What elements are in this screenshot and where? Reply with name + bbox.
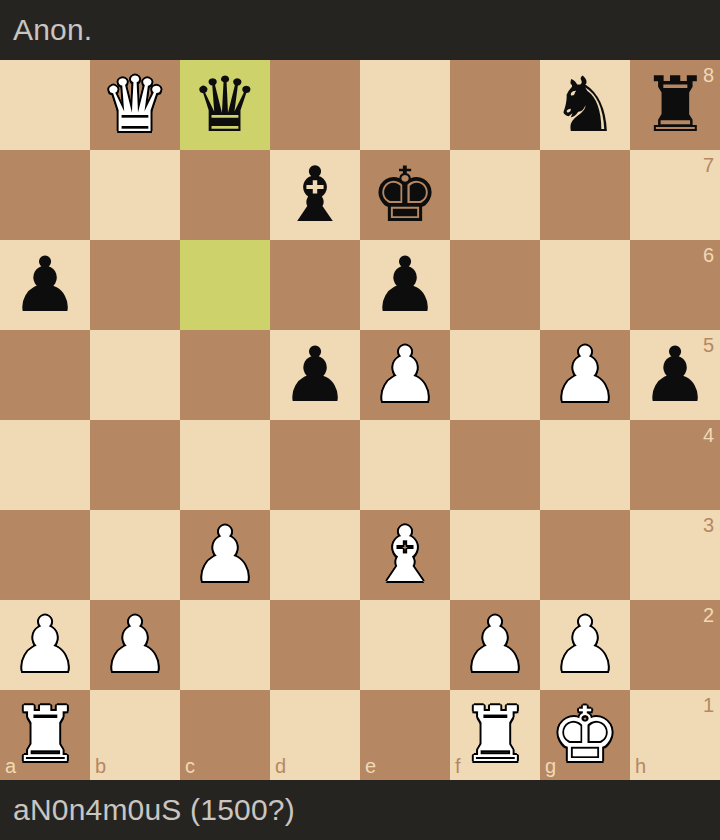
square-a3[interactable]	[0, 510, 90, 600]
file-label-f: f	[455, 756, 461, 776]
square-h3[interactable]: 3	[630, 510, 720, 600]
square-b8[interactable]: ♛	[90, 60, 180, 150]
square-a2[interactable]: ♟	[0, 600, 90, 690]
square-c7[interactable]	[180, 150, 270, 240]
black-pawn[interactable]: ♟	[11, 240, 79, 330]
white-rook[interactable]: ♜	[461, 690, 529, 780]
square-d5[interactable]: ♟	[270, 330, 360, 420]
square-b7[interactable]	[90, 150, 180, 240]
square-h1[interactable]: 1h	[630, 690, 720, 780]
black-rook[interactable]: ♜	[641, 60, 709, 150]
square-b6[interactable]	[90, 240, 180, 330]
square-g5[interactable]: ♟	[540, 330, 630, 420]
square-f2[interactable]: ♟	[450, 600, 540, 690]
rank-label-1: 1	[703, 695, 714, 715]
bottom-player-name: aN0n4m0uS (1500?)	[13, 793, 295, 827]
chess-board: ♛♛♞♜8♝♚7♟♟6♟♟♟♟54♟♝3♟♟♟♟2♜abcde♜f♚g1h	[0, 60, 720, 780]
square-h6[interactable]: 6	[630, 240, 720, 330]
white-bishop[interactable]: ♝	[371, 510, 439, 600]
square-a8[interactable]	[0, 60, 90, 150]
square-g1[interactable]: ♚g	[540, 690, 630, 780]
square-e6[interactable]: ♟	[360, 240, 450, 330]
square-b2[interactable]: ♟	[90, 600, 180, 690]
square-g8[interactable]: ♞	[540, 60, 630, 150]
white-king[interactable]: ♚	[551, 690, 619, 780]
square-b5[interactable]	[90, 330, 180, 420]
square-h7[interactable]: 7	[630, 150, 720, 240]
square-e5[interactable]: ♟	[360, 330, 450, 420]
square-a1[interactable]: ♜a	[0, 690, 90, 780]
square-d8[interactable]	[270, 60, 360, 150]
square-f7[interactable]	[450, 150, 540, 240]
square-d1[interactable]: d	[270, 690, 360, 780]
white-pawn[interactable]: ♟	[551, 600, 619, 690]
square-c4[interactable]	[180, 420, 270, 510]
square-d7[interactable]: ♝	[270, 150, 360, 240]
rank-label-5: 5	[703, 335, 714, 355]
square-d2[interactable]	[270, 600, 360, 690]
square-c8[interactable]: ♛	[180, 60, 270, 150]
square-g4[interactable]	[540, 420, 630, 510]
square-c1[interactable]: c	[180, 690, 270, 780]
square-g6[interactable]	[540, 240, 630, 330]
square-g3[interactable]	[540, 510, 630, 600]
white-queen[interactable]: ♛	[101, 60, 169, 150]
file-label-c: c	[185, 756, 195, 776]
square-c3[interactable]: ♟	[180, 510, 270, 600]
black-knight[interactable]: ♞	[551, 60, 619, 150]
square-f1[interactable]: ♜f	[450, 690, 540, 780]
square-c6[interactable]	[180, 240, 270, 330]
rank-label-3: 3	[703, 515, 714, 535]
square-b1[interactable]: b	[90, 690, 180, 780]
white-rook[interactable]: ♜	[11, 690, 79, 780]
rank-label-7: 7	[703, 155, 714, 175]
file-label-b: b	[95, 756, 106, 776]
rank-label-6: 6	[703, 245, 714, 265]
square-f5[interactable]	[450, 330, 540, 420]
square-d6[interactable]	[270, 240, 360, 330]
white-pawn[interactable]: ♟	[11, 600, 79, 690]
rank-label-8: 8	[703, 65, 714, 85]
rank-label-4: 4	[703, 425, 714, 445]
black-queen[interactable]: ♛	[191, 60, 259, 150]
square-g7[interactable]	[540, 150, 630, 240]
square-d3[interactable]	[270, 510, 360, 600]
square-h5[interactable]: ♟5	[630, 330, 720, 420]
square-c2[interactable]	[180, 600, 270, 690]
white-pawn[interactable]: ♟	[551, 330, 619, 420]
square-e3[interactable]: ♝	[360, 510, 450, 600]
square-e1[interactable]: e	[360, 690, 450, 780]
file-label-e: e	[365, 756, 376, 776]
square-e2[interactable]	[360, 600, 450, 690]
white-pawn[interactable]: ♟	[101, 600, 169, 690]
top-player-name: Anon.	[13, 13, 92, 47]
white-pawn[interactable]: ♟	[371, 330, 439, 420]
rank-label-2: 2	[703, 605, 714, 625]
black-pawn[interactable]: ♟	[281, 330, 349, 420]
white-pawn[interactable]: ♟	[191, 510, 259, 600]
bottom-player-bar: aN0n4m0uS (1500?)	[0, 780, 720, 840]
black-pawn[interactable]: ♟	[641, 330, 709, 420]
square-f3[interactable]	[450, 510, 540, 600]
square-b3[interactable]	[90, 510, 180, 600]
black-king[interactable]: ♚	[371, 150, 439, 240]
square-f4[interactable]	[450, 420, 540, 510]
top-player-bar: Anon.	[0, 0, 720, 60]
file-label-h: h	[635, 756, 646, 776]
square-e4[interactable]	[360, 420, 450, 510]
square-f6[interactable]	[450, 240, 540, 330]
square-e8[interactable]	[360, 60, 450, 150]
square-h2[interactable]: 2	[630, 600, 720, 690]
square-c5[interactable]	[180, 330, 270, 420]
file-label-d: d	[275, 756, 286, 776]
square-a7[interactable]	[0, 150, 90, 240]
square-f8[interactable]	[450, 60, 540, 150]
square-g2[interactable]: ♟	[540, 600, 630, 690]
square-a5[interactable]	[0, 330, 90, 420]
file-label-a: a	[5, 756, 16, 776]
square-b4[interactable]	[90, 420, 180, 510]
square-a4[interactable]	[0, 420, 90, 510]
square-a6[interactable]: ♟	[0, 240, 90, 330]
square-d4[interactable]	[270, 420, 360, 510]
black-bishop[interactable]: ♝	[281, 150, 349, 240]
white-pawn[interactable]: ♟	[461, 600, 529, 690]
square-h4[interactable]: 4	[630, 420, 720, 510]
file-label-g: g	[545, 756, 556, 776]
square-e7[interactable]: ♚	[360, 150, 450, 240]
black-pawn[interactable]: ♟	[371, 240, 439, 330]
square-h8[interactable]: ♜8	[630, 60, 720, 150]
